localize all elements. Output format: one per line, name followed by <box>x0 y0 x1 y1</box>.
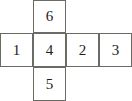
cube-net-board: 614235 <box>0 0 132 101</box>
net-cell-5: 5 <box>33 67 66 101</box>
net-cell-2: 2 <box>66 33 99 67</box>
diagram-area: 614235 <box>0 0 132 101</box>
net-cell-4: 4 <box>33 33 66 67</box>
net-cell-6: 6 <box>33 0 66 33</box>
net-cell-3: 3 <box>99 33 132 67</box>
net-cell-1: 1 <box>0 33 33 67</box>
